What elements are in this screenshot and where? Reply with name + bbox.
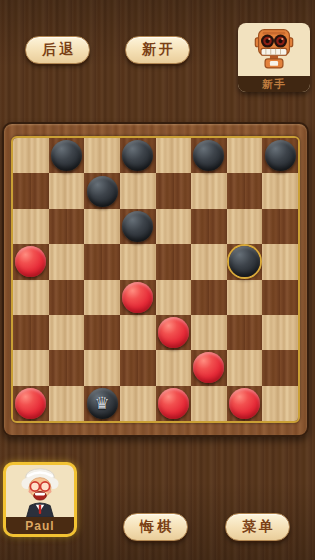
square-r1c6[interactable] [191,138,227,173]
square-r3c8[interactable] [262,209,298,244]
square-r2c7[interactable] [227,173,263,208]
piece-red-man[interactable] [15,246,46,277]
square-r2c3[interactable] [84,173,120,208]
square-r8c8 [262,386,298,421]
square-r4c8 [262,244,298,279]
square-r8c7[interactable] [227,386,263,421]
square-r4c7[interactable] [227,244,263,279]
opponent-avatar [238,23,310,76]
undo-button[interactable]: 悔棋 [123,513,188,541]
square-r6c5[interactable] [156,315,192,350]
checkers-board-frame: ♛ [2,122,309,437]
square-r3c2[interactable] [49,209,85,244]
square-r8c1[interactable] [13,386,49,421]
square-r3c7 [227,209,263,244]
piece-red-man[interactable] [229,388,260,419]
game-screen: 后退 新开 新手 [0,0,315,560]
back-button[interactable]: 后退 [25,36,90,64]
square-r1c2[interactable] [49,138,85,173]
square-r4c2 [49,244,85,279]
square-r3c4[interactable] [120,209,156,244]
square-r5c1 [13,280,49,315]
square-r5c4[interactable] [120,280,156,315]
square-r3c5 [156,209,192,244]
menu-button[interactable]: 菜单 [225,513,290,541]
opponent-name-badge: 新手 [238,76,310,92]
square-r5c2[interactable] [49,280,85,315]
square-r8c4 [120,386,156,421]
square-r7c4[interactable] [120,350,156,385]
square-r7c2[interactable] [49,350,85,385]
new-game-button[interactable]: 新开 [125,36,190,64]
square-r7c7 [227,350,263,385]
square-r7c6[interactable] [191,350,227,385]
square-r2c6 [191,173,227,208]
square-r5c3 [84,280,120,315]
square-r8c3[interactable]: ♛ [84,386,120,421]
square-r1c3 [84,138,120,173]
square-r4c3[interactable] [84,244,120,279]
square-r6c6 [191,315,227,350]
piece-black-man[interactable] [122,211,153,242]
piece-red-man[interactable] [15,388,46,419]
square-r6c2 [49,315,85,350]
king-crown-icon: ♛ [87,388,118,419]
piece-red-man[interactable] [193,352,224,383]
square-r6c7[interactable] [227,315,263,350]
square-r8c5[interactable] [156,386,192,421]
opponent-avatar-card[interactable]: 新手 [238,23,310,92]
square-r6c8 [262,315,298,350]
square-r4c4 [120,244,156,279]
square-r2c8 [262,173,298,208]
piece-black-man[interactable] [51,140,82,171]
square-r5c6[interactable] [191,280,227,315]
square-r5c7 [227,280,263,315]
piece-red-man[interactable] [158,388,189,419]
square-r1c5 [156,138,192,173]
square-r3c6[interactable] [191,209,227,244]
robot-avatar-icon [248,24,300,76]
piece-black-man[interactable] [265,140,296,171]
piece-black-man[interactable] [229,246,260,277]
square-r7c5 [156,350,192,385]
square-r7c1 [13,350,49,385]
square-r8c2 [49,386,85,421]
piece-black-man[interactable] [193,140,224,171]
square-r2c4 [120,173,156,208]
square-r1c4[interactable] [120,138,156,173]
player-name-badge: Paul [6,517,74,534]
checkers-board: ♛ [11,136,300,423]
square-r2c2 [49,173,85,208]
square-r8c6 [191,386,227,421]
square-r7c3 [84,350,120,385]
square-r5c8[interactable] [262,280,298,315]
player-portrait-icon [13,465,67,519]
square-r5c5 [156,280,192,315]
square-r1c1 [13,138,49,173]
piece-red-man[interactable] [122,282,153,313]
square-r6c3[interactable] [84,315,120,350]
square-r2c5[interactable] [156,173,192,208]
player-avatar [6,465,74,518]
square-r4c6 [191,244,227,279]
square-r1c7 [227,138,263,173]
square-r3c3 [84,209,120,244]
square-r2c1[interactable] [13,173,49,208]
piece-black-man[interactable] [122,140,153,171]
piece-black-man[interactable] [87,176,118,207]
square-r1c8[interactable] [262,138,298,173]
square-r4c1[interactable] [13,244,49,279]
piece-red-man[interactable] [158,317,189,348]
player-avatar-card[interactable]: Paul [3,462,77,537]
square-r6c1[interactable] [13,315,49,350]
piece-black-king[interactable]: ♛ [87,388,118,419]
square-r7c8[interactable] [262,350,298,385]
square-r6c4 [120,315,156,350]
square-r4c5[interactable] [156,244,192,279]
board-grid: ♛ [13,138,298,421]
square-r3c1 [13,209,49,244]
